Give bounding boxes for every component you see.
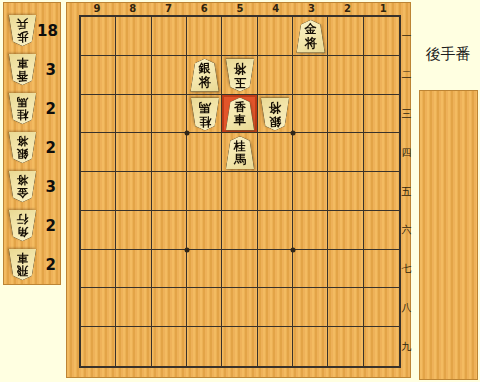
cell-1-2[interactable] [364,56,399,95]
rank-label-7: 七 [401,250,412,289]
piece-face: 玉将 [225,59,255,92]
rank-label-8: 八 [401,288,412,327]
cell-2-8[interactable] [328,288,363,327]
cell-1-3[interactable] [364,95,399,134]
cell-1-5[interactable] [364,172,399,211]
hand-count-bishop: 2 [46,217,56,235]
cell-1-8[interactable] [364,288,399,327]
cell-7-3[interactable] [152,95,187,134]
piece-king-gote[interactable]: 玉将 [225,59,255,92]
hand-item-silver[interactable]: 銀将2 [4,128,60,167]
piece-face: 飛車 [8,249,37,280]
file-label-9: 9 [79,3,115,15]
cell-3-6[interactable] [293,211,328,250]
cell-4-6[interactable] [258,211,293,250]
cell-7-5[interactable] [152,172,187,211]
rank-label-5: 五 [401,172,412,211]
cell-5-7[interactable] [222,250,257,289]
rank-label-3: 三 [401,95,412,134]
piece-rook-gote[interactable]: 飛車 [8,249,37,280]
rank-label-6: 六 [401,211,412,250]
cell-8-7[interactable] [116,250,151,289]
cell-1-9[interactable] [364,327,399,366]
cell-5-1[interactable] [222,17,257,56]
piece-face: 角行 [8,210,37,241]
cell-7-6[interactable] [152,211,187,250]
hand-count-knight: 2 [46,100,56,118]
cell-1-6[interactable] [364,211,399,250]
file-label-2: 2 [329,3,365,15]
cell-9-6[interactable] [81,211,116,250]
cell-9-5[interactable] [81,172,116,211]
cell-8-3[interactable] [116,95,151,134]
cell-3-2[interactable] [293,56,328,95]
piece-face: 金将 [296,20,326,53]
piece-face: 桂馬 [190,97,220,130]
cell-6-4[interactable] [187,133,222,172]
file-label-8: 8 [115,3,151,15]
cell-4-4[interactable] [258,133,293,172]
cell-4-7[interactable] [258,250,293,289]
cell-9-8[interactable] [81,288,116,327]
piece-lance-sente[interactable]: 香車 [225,97,255,130]
rank-label-2: 二 [401,56,412,95]
cell-8-4[interactable] [116,133,151,172]
cell-7-4[interactable] [152,133,187,172]
cell-2-2[interactable] [328,56,363,95]
piece-knight-sente[interactable]: 桂馬 [225,136,255,169]
hand-count-rook: 2 [46,256,56,274]
piece-silver-gote[interactable]: 銀将 [8,132,37,163]
cell-5-8[interactable] [222,288,257,327]
sente-hand-tray [419,90,478,380]
cell-5-5[interactable] [222,172,257,211]
cell-8-1[interactable] [116,17,151,56]
cell-3-4[interactable] [293,133,328,172]
cell-7-9[interactable] [152,327,187,366]
cell-9-9[interactable] [81,327,116,366]
hand-count-silver: 2 [46,139,56,157]
rank-labels: 一二三四五六七八九 [401,17,412,366]
cell-5-9[interactable] [222,327,257,366]
cell-4-8[interactable] [258,288,293,327]
cell-2-7[interactable] [328,250,363,289]
hand-count-lance: 3 [46,61,56,79]
rank-label-1: 一 [401,17,412,56]
piece-gold-gote[interactable]: 金将 [8,171,37,202]
cell-8-6[interactable] [116,211,151,250]
file-label-4: 4 [258,3,294,15]
hand-item-gold[interactable]: 金将3 [4,167,60,206]
cell-6-7[interactable] [187,250,222,289]
rank-label-9: 九 [401,327,412,366]
cell-9-7[interactable] [81,250,116,289]
file-label-3: 3 [294,3,330,15]
piece-face: 桂馬 [225,136,255,169]
cell-3-3[interactable] [293,95,328,134]
piece-face: 金将 [8,171,37,202]
cell-2-4[interactable] [328,133,363,172]
hand-item-bishop[interactable]: 角行2 [4,206,60,245]
rank-label-4: 四 [401,133,412,172]
turn-indicator: 後手番 [417,45,479,64]
cell-5-6[interactable] [222,211,257,250]
hand-item-rook[interactable]: 飛車2 [4,245,60,284]
file-label-6: 6 [186,3,222,15]
cell-2-5[interactable] [328,172,363,211]
piece-face: 歩兵 [8,15,37,46]
piece-lance-gote[interactable]: 香車 [8,54,37,85]
hand-item-knight[interactable]: 桂馬2 [4,89,60,128]
cell-1-7[interactable] [364,250,399,289]
cell-3-8[interactable] [293,288,328,327]
cell-8-8[interactable] [116,288,151,327]
cell-2-6[interactable] [328,211,363,250]
piece-knight-gote[interactable]: 桂馬 [190,97,220,130]
file-label-7: 7 [151,3,187,15]
cell-4-9[interactable] [258,327,293,366]
cell-3-7[interactable] [293,250,328,289]
cell-6-1[interactable] [187,17,222,56]
board-panel: 987654321 一二三四五六七八九 金将銀将玉将桂馬香車銀将桂馬 [66,2,411,378]
file-label-1: 1 [365,3,401,15]
piece-face: 銀将 [190,59,220,92]
cell-6-9[interactable] [187,327,222,366]
cell-1-1[interactable] [364,17,399,56]
hand-count-gold: 3 [46,178,56,196]
cell-2-9[interactable] [328,327,363,366]
piece-face: 銀将 [260,97,290,130]
file-label-5: 5 [222,3,258,15]
cell-9-2[interactable] [81,56,116,95]
piece-face: 香車 [225,97,255,130]
piece-silver-gote[interactable]: 銀将 [260,97,290,130]
cell-4-2[interactable] [258,56,293,95]
piece-gold-sente[interactable]: 金将 [296,20,326,53]
piece-silver-sente[interactable]: 銀将 [190,59,220,92]
cell-6-5[interactable] [187,172,222,211]
cell-8-9[interactable] [116,327,151,366]
piece-knight-gote[interactable]: 桂馬 [8,93,37,124]
piece-face: 銀将 [8,132,37,163]
piece-pawn-gote[interactable]: 歩兵 [8,15,37,46]
cell-6-8[interactable] [187,288,222,327]
cell-7-2[interactable] [152,56,187,95]
cell-6-6[interactable] [187,211,222,250]
cell-9-4[interactable] [81,133,116,172]
file-labels: 987654321 [79,3,401,15]
gote-hand-tray: 歩兵18香車3桂馬2銀将2金将3角行2飛車2 [3,2,61,285]
cell-7-7[interactable] [152,250,187,289]
piece-face: 香車 [8,54,37,85]
cell-7-8[interactable] [152,288,187,327]
cell-4-5[interactable] [258,172,293,211]
cell-7-1[interactable] [152,17,187,56]
cell-2-3[interactable] [328,95,363,134]
cell-3-9[interactable] [293,327,328,366]
cell-4-1[interactable] [258,17,293,56]
piece-face: 桂馬 [8,93,37,124]
piece-bishop-gote[interactable]: 角行 [8,210,37,241]
cell-1-4[interactable] [364,133,399,172]
cell-2-1[interactable] [328,17,363,56]
hand-item-lance[interactable]: 香車3 [4,50,60,89]
cell-3-5[interactable] [293,172,328,211]
cell-9-1[interactable] [81,17,116,56]
cell-9-3[interactable] [81,95,116,134]
hand-count-pawn: 18 [37,22,58,40]
shogi-diagram: 歩兵18香車3桂馬2銀将2金将3角行2飛車2 987654321 一二三四五六七… [0,0,480,382]
hand-item-pawn[interactable]: 歩兵18 [4,11,60,50]
cell-8-2[interactable] [116,56,151,95]
cell-8-5[interactable] [116,172,151,211]
